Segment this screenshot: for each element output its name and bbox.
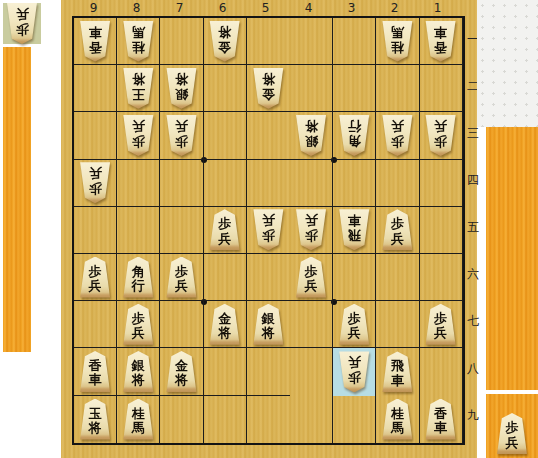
piece-kanji: 歩兵 — [89, 265, 102, 294]
square-3-9[interactable] — [333, 396, 376, 443]
sente-hand-tray[interactable]: 歩兵 — [486, 394, 538, 458]
piece-lance-gote[interactable]: 香車 — [424, 21, 458, 62]
piece-face: 銀将 — [251, 304, 285, 345]
shogi-app: 歩兵 987654321 一二三四五六七八九 香車桂馬金将桂馬香車王将銀将金将歩… — [0, 0, 538, 458]
square-8-7[interactable]: 歩兵 — [117, 301, 160, 348]
piece-face: 桂馬 — [380, 21, 414, 62]
piece-kanji: 桂馬 — [132, 25, 145, 54]
square-7-3[interactable]: 歩兵 — [160, 112, 203, 159]
piece-kanji: 王将 — [132, 72, 145, 101]
square-2-5[interactable]: 歩兵 — [376, 207, 419, 254]
piece-pawn-sente[interactable]: 歩兵 — [424, 304, 458, 345]
square-5-2[interactable]: 金将 — [247, 65, 290, 112]
piece-face: 歩兵 — [380, 209, 414, 250]
piece-face: 歩兵 — [251, 209, 285, 250]
piece-king-sente[interactable]: 玉将 — [78, 399, 112, 440]
piece-pawn-gote[interactable]: 歩兵 — [121, 115, 155, 156]
square-8-1[interactable]: 桂馬 — [117, 18, 160, 65]
piece-pawn-sente[interactable]: 歩兵 — [164, 257, 198, 298]
square-9-2[interactable] — [74, 65, 117, 112]
piece-kanji: 玉将 — [89, 407, 102, 436]
piece-kanji: 桂馬 — [391, 25, 404, 54]
square-4-5[interactable]: 歩兵 — [290, 207, 333, 254]
piece-face: 王将 — [121, 68, 155, 109]
piece-face: 金将 — [164, 351, 198, 392]
piece-pawn-gote[interactable]: 歩兵 — [78, 162, 112, 203]
board-grid: 香車桂馬金将桂馬香車王将銀将金将歩兵歩兵銀将角行歩兵歩兵歩兵歩兵歩兵歩兵飛車歩兵… — [72, 16, 465, 445]
shogi-board: 987654321 一二三四五六七八九 香車桂馬金将桂馬香車王将銀将金将歩兵歩兵… — [61, 0, 477, 458]
square-1-2[interactable] — [420, 65, 463, 112]
piece-lance-sente[interactable]: 香車 — [424, 399, 458, 440]
piece-kanji: 香車 — [89, 25, 102, 54]
piece-face: 金将 — [208, 304, 242, 345]
square-5-9[interactable] — [247, 396, 290, 443]
file-label-6: 6 — [201, 0, 244, 16]
piece-kanji: 歩兵 — [391, 119, 404, 148]
square-7-6[interactable]: 歩兵 — [160, 254, 203, 301]
piece-face: 歩兵 — [495, 413, 529, 454]
piece-pawn-gote[interactable]: 歩兵 — [5, 3, 39, 44]
piece-kanji: 歩兵 — [262, 213, 275, 242]
piece-face: 香車 — [78, 351, 112, 392]
piece-rook-gote[interactable]: 飛車 — [337, 209, 371, 250]
square-5-4[interactable] — [247, 160, 290, 207]
square-1-8[interactable] — [420, 348, 463, 395]
left-komadai-strip — [3, 47, 31, 352]
square-9-8[interactable]: 香車 — [74, 348, 117, 395]
piece-lance-gote[interactable]: 香車 — [78, 21, 112, 62]
piece-knight-gote[interactable]: 桂馬 — [380, 21, 414, 62]
piece-kanji: 香車 — [434, 407, 447, 436]
square-5-5[interactable]: 歩兵 — [247, 207, 290, 254]
piece-pawn-sente[interactable]: 歩兵 — [294, 257, 328, 298]
piece-face: 銀将 — [294, 115, 328, 156]
right-komadai-strip — [486, 127, 538, 390]
square-4-6[interactable]: 歩兵 — [290, 254, 333, 301]
square-3-8[interactable]: 歩兵 — [333, 348, 376, 395]
piece-kanji: 歩兵 — [348, 355, 361, 384]
piece-knight-gote[interactable]: 桂馬 — [121, 21, 155, 62]
piece-face: 角行 — [121, 257, 155, 298]
square-7-4[interactable] — [160, 160, 203, 207]
square-5-8[interactable] — [247, 348, 290, 395]
square-6-4[interactable] — [204, 160, 247, 207]
square-6-3[interactable] — [204, 112, 247, 159]
square-8-3[interactable]: 歩兵 — [117, 112, 160, 159]
piece-face: 金将 — [208, 21, 242, 62]
rank-label-5: 五 — [465, 204, 481, 251]
piece-king-gote[interactable]: 王将 — [121, 68, 155, 109]
square-1-1[interactable]: 香車 — [420, 18, 463, 65]
piece-face: 歩兵 — [424, 115, 458, 156]
piece-kanji: 角行 — [348, 119, 361, 148]
piece-pawn-sente[interactable]: 歩兵 — [208, 209, 242, 250]
piece-kanji: 金将 — [262, 72, 275, 101]
piece-kanji: 銀将 — [132, 359, 145, 388]
file-label-3: 3 — [330, 0, 373, 16]
square-1-7[interactable]: 歩兵 — [420, 301, 463, 348]
square-7-5[interactable] — [160, 207, 203, 254]
piece-pawn-sente[interactable]: 歩兵 — [380, 209, 414, 250]
piece-face: 香車 — [78, 21, 112, 62]
piece-pawn-sente[interactable]: 歩兵 — [337, 304, 371, 345]
file-label-7: 7 — [158, 0, 201, 16]
piece-kanji: 歩兵 — [305, 265, 318, 294]
piece-kanji: 角行 — [132, 265, 145, 294]
piece-pawn-gote[interactable]: 歩兵 — [337, 351, 371, 392]
rank-label-6: 六 — [465, 251, 481, 298]
square-8-5[interactable] — [117, 207, 160, 254]
square-9-3[interactable] — [74, 112, 117, 159]
piece-pawn-sente[interactable]: 歩兵 — [78, 257, 112, 298]
piece-kanji: 歩兵 — [305, 213, 318, 242]
piece-face: 歩兵 — [164, 115, 198, 156]
square-7-7[interactable] — [160, 301, 203, 348]
piece-gold-sente[interactable]: 金将 — [164, 351, 198, 392]
square-2-2[interactable] — [376, 65, 419, 112]
piece-rook-sente[interactable]: 飛車 — [380, 351, 414, 392]
file-label-5: 5 — [244, 0, 287, 16]
square-6-1[interactable]: 金将 — [204, 18, 247, 65]
square-1-4[interactable] — [420, 160, 463, 207]
square-9-4[interactable]: 歩兵 — [74, 160, 117, 207]
piece-kanji: 歩兵 — [348, 312, 361, 341]
piece-kanji: 飛車 — [391, 359, 404, 388]
piece-gold-sente[interactable]: 金将 — [208, 304, 242, 345]
piece-bishop-gote[interactable]: 角行 — [337, 115, 371, 156]
piece-kanji: 銀将 — [305, 119, 318, 148]
rank-label-7: 七 — [465, 298, 481, 345]
file-label-2: 2 — [373, 0, 416, 16]
piece-face: 玉将 — [78, 399, 112, 440]
piece-face: 歩兵 — [121, 115, 155, 156]
square-7-8[interactable]: 金将 — [160, 348, 203, 395]
piece-face: 桂馬 — [380, 399, 414, 440]
piece-pawn-gote[interactable]: 歩兵 — [424, 115, 458, 156]
piece-kanji: 歩兵 — [391, 217, 404, 246]
piece-face: 歩兵 — [294, 209, 328, 250]
piece-pawn-gote[interactable]: 歩兵 — [251, 209, 285, 250]
piece-face: 飛車 — [337, 209, 371, 250]
piece-gold-gote[interactable]: 金将 — [251, 68, 285, 109]
piece-kanji: 金将 — [218, 25, 231, 54]
piece-face: 歩兵 — [380, 115, 414, 156]
piece-kanji: 銀将 — [262, 312, 275, 341]
piece-face: 銀将 — [164, 68, 198, 109]
rank-label-9: 九 — [465, 392, 481, 439]
square-8-9[interactable]: 桂馬 — [117, 396, 160, 443]
square-1-9[interactable]: 香車 — [420, 396, 463, 443]
piece-face: 香車 — [424, 399, 458, 440]
piece-kanji: 桂馬 — [132, 407, 145, 436]
piece-kanji: 飛車 — [348, 213, 361, 242]
square-9-5[interactable] — [74, 207, 117, 254]
file-label-1: 1 — [416, 0, 459, 16]
square-8-4[interactable] — [117, 160, 160, 207]
piece-face: 歩兵 — [424, 304, 458, 345]
piece-face: 歩兵 — [294, 257, 328, 298]
square-9-1[interactable]: 香車 — [74, 18, 117, 65]
rank-label-8: 八 — [465, 345, 481, 392]
square-2-4[interactable] — [376, 160, 419, 207]
square-4-8[interactable] — [290, 348, 333, 395]
piece-face: 飛車 — [380, 351, 414, 392]
piece-kanji: 歩兵 — [16, 7, 29, 36]
square-8-6[interactable]: 角行 — [117, 254, 160, 301]
piece-knight-sente[interactable]: 桂馬 — [380, 399, 414, 440]
piece-face: 歩兵 — [208, 209, 242, 250]
square-4-4[interactable] — [290, 160, 333, 207]
square-4-9[interactable] — [290, 396, 333, 443]
gote-hand-tray[interactable]: 歩兵 — [3, 3, 41, 44]
square-5-7[interactable]: 銀将 — [247, 301, 290, 348]
piece-kanji: 歩兵 — [132, 312, 145, 341]
piece-pawn-gote[interactable]: 歩兵 — [380, 115, 414, 156]
square-2-8[interactable]: 飛車 — [376, 348, 419, 395]
piece-silver-sente[interactable]: 銀将 — [251, 304, 285, 345]
piece-kanji: 香車 — [434, 25, 447, 54]
piece-silver-sente[interactable]: 銀将 — [121, 351, 155, 392]
piece-face: 歩兵 — [337, 304, 371, 345]
square-5-3[interactable] — [247, 112, 290, 159]
square-2-1[interactable]: 桂馬 — [376, 18, 419, 65]
piece-knight-sente[interactable]: 桂馬 — [121, 399, 155, 440]
file-labels: 987654321 — [72, 0, 459, 16]
square-1-5[interactable] — [420, 207, 463, 254]
square-3-3[interactable]: 角行 — [333, 112, 376, 159]
piece-kanji: 歩兵 — [89, 166, 102, 195]
square-4-2[interactable] — [290, 65, 333, 112]
square-3-7[interactable]: 歩兵 — [333, 301, 376, 348]
square-3-2[interactable] — [333, 65, 376, 112]
square-4-1[interactable] — [290, 18, 333, 65]
piece-kanji: 銀将 — [175, 72, 188, 101]
piece-kanji: 歩兵 — [434, 119, 447, 148]
piece-face: 歩兵 — [337, 351, 371, 392]
square-3-6[interactable] — [333, 254, 376, 301]
piece-face: 角行 — [337, 115, 371, 156]
square-1-6[interactable] — [420, 254, 463, 301]
piece-face: 桂馬 — [121, 399, 155, 440]
piece-kanji: 歩兵 — [434, 312, 447, 341]
piece-face: 歩兵 — [121, 304, 155, 345]
square-4-3[interactable]: 銀将 — [290, 112, 333, 159]
square-6-8[interactable] — [204, 348, 247, 395]
square-2-7[interactable] — [376, 301, 419, 348]
square-5-1[interactable] — [247, 18, 290, 65]
square-9-7[interactable] — [74, 301, 117, 348]
file-label-4: 4 — [287, 0, 330, 16]
piece-kanji: 香車 — [89, 359, 102, 388]
square-6-6[interactable] — [204, 254, 247, 301]
square-7-2[interactable]: 銀将 — [160, 65, 203, 112]
piece-pawn-gote[interactable]: 歩兵 — [294, 209, 328, 250]
piece-kanji: 歩兵 — [175, 265, 188, 294]
piece-pawn-sente[interactable]: 歩兵 — [495, 413, 529, 454]
piece-face: 歩兵 — [78, 257, 112, 298]
square-8-8[interactable]: 銀将 — [117, 348, 160, 395]
square-2-6[interactable] — [376, 254, 419, 301]
piece-kanji: 歩兵 — [218, 217, 231, 246]
square-3-5[interactable]: 飛車 — [333, 207, 376, 254]
piece-pawn-sente[interactable]: 歩兵 — [121, 304, 155, 345]
square-3-1[interactable] — [333, 18, 376, 65]
piece-kanji: 桂馬 — [391, 407, 404, 436]
square-2-3[interactable]: 歩兵 — [376, 112, 419, 159]
square-5-6[interactable] — [247, 254, 290, 301]
background-dotted-area — [477, 0, 538, 127]
piece-lance-sente[interactable]: 香車 — [78, 351, 112, 392]
piece-face: 香車 — [424, 21, 458, 62]
file-label-9: 9 — [72, 0, 115, 16]
square-9-9[interactable]: 玉将 — [74, 396, 117, 443]
file-label-8: 8 — [115, 0, 158, 16]
square-8-2[interactable]: 王将 — [117, 65, 160, 112]
square-1-3[interactable]: 歩兵 — [420, 112, 463, 159]
piece-face: 銀将 — [121, 351, 155, 392]
piece-kanji: 金将 — [218, 312, 231, 341]
piece-bishop-sente[interactable]: 角行 — [121, 257, 155, 298]
square-6-2[interactable] — [204, 65, 247, 112]
piece-face: 金将 — [251, 68, 285, 109]
square-6-7[interactable]: 金将 — [204, 301, 247, 348]
square-3-4[interactable] — [333, 160, 376, 207]
square-7-9[interactable] — [160, 396, 203, 443]
piece-kanji: 金将 — [175, 359, 188, 388]
piece-face: 歩兵 — [5, 3, 39, 44]
square-9-6[interactable]: 歩兵 — [74, 254, 117, 301]
piece-pawn-gote[interactable]: 歩兵 — [164, 115, 198, 156]
square-6-5[interactable]: 歩兵 — [204, 207, 247, 254]
square-2-9[interactable]: 桂馬 — [376, 396, 419, 443]
piece-silver-gote[interactable]: 銀将 — [294, 115, 328, 156]
square-4-7[interactable] — [290, 301, 333, 348]
square-7-1[interactable] — [160, 18, 203, 65]
piece-kanji: 歩兵 — [175, 119, 188, 148]
square-6-9[interactable] — [204, 396, 247, 443]
piece-kanji: 歩兵 — [506, 421, 519, 450]
piece-face: 桂馬 — [121, 21, 155, 62]
piece-face: 歩兵 — [164, 257, 198, 298]
rank-label-4: 四 — [465, 157, 481, 204]
piece-gold-gote[interactable]: 金将 — [208, 21, 242, 62]
piece-silver-gote[interactable]: 銀将 — [164, 68, 198, 109]
piece-face: 歩兵 — [78, 162, 112, 203]
piece-kanji: 歩兵 — [132, 119, 145, 148]
